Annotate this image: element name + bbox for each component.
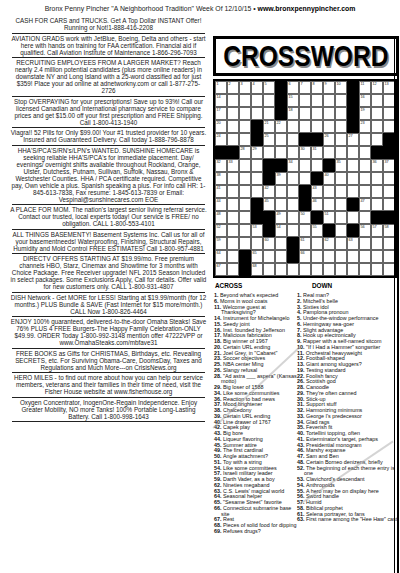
grid-cell: 32 [215, 159, 227, 172]
grid-cell [275, 237, 287, 250]
crossword-title: CROSSWORD [223, 39, 388, 73]
crossword-grid: 1234567891011121314151617181920212223242… [213, 79, 397, 278]
grid-cell: 35 [335, 159, 347, 172]
grid-cell: 12 [371, 81, 383, 94]
grid-cell: 41 [215, 185, 227, 198]
grid-cell [371, 198, 383, 211]
cell-number: 56 [361, 225, 365, 229]
grid-cell [287, 198, 299, 211]
grid-cell: 65 [251, 250, 263, 263]
cell-number: 5 [265, 82, 267, 86]
grid-cell [371, 94, 383, 107]
grid-cell [335, 211, 347, 224]
grid-cell: 33 [227, 159, 239, 172]
black-square [347, 120, 359, 133]
grid-cell [251, 159, 263, 172]
grid-cell: 7 [299, 81, 311, 94]
grid-cell: 24 [215, 133, 227, 146]
grid-cell [359, 211, 371, 224]
grid-cell [299, 159, 311, 172]
grid-cell [239, 198, 251, 211]
cell-number: 18 [289, 108, 293, 112]
grid-cell: 54 [275, 224, 287, 237]
grid-cell [335, 237, 347, 250]
cell-number: 55 [313, 225, 317, 229]
grid-cell: 11 [359, 81, 371, 94]
cell-number: 31 [313, 147, 317, 151]
grid-cell [263, 94, 275, 107]
grid-cell: 38 [215, 172, 227, 185]
grid-cell [311, 237, 323, 250]
cell-number: 26 [325, 134, 329, 138]
page-right-rule [394, 36, 399, 573]
black-square [287, 250, 299, 263]
grid-cell [371, 185, 383, 198]
grid-cell [251, 94, 263, 107]
grid-cell [335, 263, 347, 276]
grid-cell [347, 146, 359, 159]
grid-cell: 6 [287, 81, 299, 94]
classified-ad: ENJOY 100% guaranteed, delivered-to-the-… [7, 317, 210, 348]
grid-cell [335, 250, 347, 263]
classified-ad: CASH FOR CARS and TRUCKS. Get A Top Doll… [7, 16, 210, 33]
cell-number: 6 [289, 82, 291, 86]
black-square [227, 146, 239, 159]
cell-number: 64 [217, 251, 221, 255]
grid-cell: 59 [215, 237, 227, 250]
grid-cell: 3 [239, 81, 251, 94]
cell-number: 61 [301, 238, 305, 242]
masthead-title: Bronx Penny Pincher "A Neighborhood Trad… [45, 5, 258, 12]
down-clue: 63. First name among the "Hee Haw" cast [297, 517, 400, 523]
grid-cell [299, 120, 311, 133]
grid-cell [323, 146, 335, 159]
grid-cell: 17 [215, 107, 227, 120]
cell-number: 36 [373, 160, 377, 164]
black-square [347, 224, 359, 237]
cell-number: 57 [373, 225, 377, 229]
cell-number: 3 [241, 82, 243, 86]
grid-cell [371, 133, 383, 146]
cell-number: 27 [349, 134, 353, 138]
grid-cell [239, 94, 251, 107]
grid-cell [359, 146, 371, 159]
crossword-panel: CROSSWORD 123456789101112131415161718192… [213, 36, 399, 278]
grid-cell [347, 185, 359, 198]
grid-cell: 22 [275, 120, 287, 133]
cell-number: 4 [253, 82, 255, 86]
grid-cell [239, 107, 251, 120]
grid-cell [323, 250, 335, 263]
cell-number: 50 [301, 212, 305, 216]
grid-cell: 63 [347, 237, 359, 250]
cell-number: 25 [265, 134, 269, 138]
cell-number: 33 [229, 160, 233, 164]
black-square [263, 172, 275, 185]
grid-cell [263, 146, 275, 159]
grid-cell: 36 [371, 159, 383, 172]
grid-cell [347, 211, 359, 224]
grid-cell: 67 [215, 263, 227, 276]
grid-cell: 16 [359, 94, 371, 107]
grid-cell: 46 [311, 198, 323, 211]
classified-ad: Stop OVERPAYING for your prescriptions! … [7, 97, 210, 128]
cell-number: 21 [265, 121, 269, 125]
grid-cell: 29 [251, 146, 263, 159]
classified-ad: A PLACE FOR MOM. The nation's largest se… [7, 205, 210, 229]
grid-cell [227, 211, 239, 224]
grid-cell: 10 [335, 81, 347, 94]
grid-cell [239, 120, 251, 133]
black-square [239, 263, 251, 276]
grid-cell [359, 185, 371, 198]
grid-cell: 56 [359, 224, 371, 237]
grid-cell [239, 211, 251, 224]
cell-number: 58 [385, 225, 389, 229]
grid-cell: 8 [311, 81, 323, 94]
grid-cell [323, 120, 335, 133]
black-square [239, 250, 251, 263]
grid-cell [335, 185, 347, 198]
cell-number: 12 [373, 82, 377, 86]
grid-cell [299, 224, 311, 237]
grid-cell [263, 250, 275, 263]
grid-cell [239, 172, 251, 185]
newspaper-page: Bronx Penny Pincher "A Neighborhood Trad… [0, 0, 400, 573]
classified-ad: RECRUITING EMPLOYEES FROM A LARGER MARKE… [7, 58, 210, 96]
black-square [311, 211, 323, 224]
grid-cell [359, 159, 371, 172]
grid-cell: 21 [263, 120, 275, 133]
grid-cell: 5 [263, 81, 275, 94]
grid-cell [239, 133, 251, 146]
grid-cell [299, 263, 311, 276]
grid-cell [287, 263, 299, 276]
grid-cell: 23 [359, 120, 371, 133]
cell-number: 38 [217, 173, 221, 177]
grid-cell: 2 [227, 81, 239, 94]
black-square [251, 133, 263, 146]
classified-ad: Oxygen Concentrator, InogenOne-Regain In… [7, 398, 210, 422]
black-square [275, 94, 287, 107]
grid-cell [371, 250, 383, 263]
cell-number: 11 [361, 82, 365, 86]
black-square [275, 159, 287, 172]
cell-number: 53 [253, 225, 257, 229]
cell-number: 35 [337, 160, 341, 164]
grid-cell [275, 133, 287, 146]
grid-cell: 40 [323, 172, 335, 185]
grid-cell [323, 107, 335, 120]
grid-cell [311, 94, 323, 107]
cell-number: 30 [301, 147, 305, 151]
grid-cell [347, 263, 359, 276]
grid-cell [311, 250, 323, 263]
black-square [299, 198, 311, 211]
grid-cell [227, 237, 239, 250]
grid-cell [287, 224, 299, 237]
grid-cell [323, 198, 335, 211]
black-square [347, 94, 359, 107]
grid-cell: 39 [275, 172, 287, 185]
grid-cell [359, 263, 371, 276]
grid-cell [227, 198, 239, 211]
classified-ad: DIRECTV OFFERS STARTING AT $19.99/mo. Fr… [7, 254, 210, 292]
grid-cell: 4 [251, 81, 263, 94]
black-square [347, 81, 359, 94]
classified-ad: DISH Network - Get MORE for LESS! Starti… [7, 293, 210, 317]
grid-cell [239, 237, 251, 250]
black-square [251, 120, 263, 133]
grid-cell: 42 [263, 185, 275, 198]
cell-number: 8 [313, 82, 315, 86]
grid-cell [359, 250, 371, 263]
grid-cell: 61 [299, 237, 311, 250]
cell-number: 40 [325, 173, 329, 177]
cell-number: 41 [217, 186, 221, 190]
grid-cell: 31 [311, 146, 323, 159]
black-square [371, 211, 383, 224]
grid-cell [347, 159, 359, 172]
cell-number: 39 [277, 173, 281, 177]
grid-cell [371, 263, 383, 276]
cell-number: 17 [217, 108, 221, 112]
grid-cell [227, 172, 239, 185]
grid-cell [287, 172, 299, 185]
grid-cell [227, 107, 239, 120]
down-header: DOWN [312, 282, 332, 289]
cell-number: 24 [217, 134, 221, 138]
cell-number: 29 [253, 147, 257, 151]
grid-cell [359, 133, 371, 146]
masthead: Bronx Penny Pincher "A Neighborhood Trad… [0, 5, 400, 12]
grid-cell: 53 [251, 224, 263, 237]
cell-number: 48 [217, 212, 221, 216]
grid-cell [287, 185, 299, 198]
cell-number: 65 [253, 251, 257, 255]
grid-cell [287, 120, 299, 133]
grid-cell: 26 [323, 133, 335, 146]
cell-number: 22 [277, 121, 281, 125]
crossword-title-box: CROSSWORD [213, 36, 399, 76]
grid-cell: 57 [371, 224, 383, 237]
cell-number: 14 [217, 95, 221, 99]
grid-cell [347, 172, 359, 185]
cell-number: 2 [229, 82, 231, 86]
grid-cell: 25 [263, 133, 275, 146]
black-square [215, 146, 227, 159]
grid-cell: 30 [299, 146, 311, 159]
black-square [323, 224, 335, 237]
grid-cell: 50 [299, 211, 311, 224]
cell-number: 52 [217, 225, 221, 229]
grid-cell [323, 94, 335, 107]
cell-number: 63 [349, 238, 353, 242]
cell-number: 20 [217, 121, 221, 125]
grid-cell [335, 133, 347, 146]
black-square [263, 159, 275, 172]
black-square [371, 146, 383, 159]
black-square [311, 172, 323, 185]
cell-number: 15 [289, 95, 293, 99]
cell-number: 49 [277, 212, 281, 216]
grid-cell [359, 237, 371, 250]
grid-cell [299, 172, 311, 185]
grid-cell [299, 107, 311, 120]
cell-number: 19 [361, 108, 365, 112]
grid-cell: 14 [215, 94, 227, 107]
grid-cell [275, 146, 287, 159]
grid-cell [371, 237, 383, 250]
cell-number: 66 [301, 251, 305, 255]
grid-cell: 47 [359, 198, 371, 211]
grid-cell [287, 146, 299, 159]
black-square [311, 133, 323, 146]
classified-ad: AVIATION GRADS work with JetBlue, Boeing… [7, 34, 210, 58]
cell-number: 9 [325, 82, 327, 86]
grid-cell [263, 263, 275, 276]
grid-cell: 66 [299, 250, 311, 263]
grid-cell [227, 94, 239, 107]
cell-number: 47 [361, 199, 365, 203]
grid-cell [299, 94, 311, 107]
black-square [299, 185, 311, 198]
grid-cell [239, 224, 251, 237]
black-square [299, 133, 311, 146]
grid-cell [227, 133, 239, 146]
cell-number: 68 [253, 264, 257, 268]
grid-cell [335, 120, 347, 133]
grid-cell [335, 224, 347, 237]
grid-cell [323, 185, 335, 198]
cell-number: 28 [241, 147, 245, 151]
grid-cell [275, 198, 287, 211]
classified-ads-column: CASH FOR CARS and TRUCKS. Get A Top Doll… [7, 16, 210, 422]
cell-number: 13 [385, 82, 389, 86]
across-header: ACROSS [215, 282, 242, 289]
grid-cell: 15 [287, 94, 299, 107]
grid-cell: 60 [263, 237, 275, 250]
grid-cell [347, 250, 359, 263]
black-square [251, 211, 263, 224]
grid-cell [251, 185, 263, 198]
grid-cell [335, 172, 347, 185]
black-square [287, 237, 299, 250]
cell-number: 34 [289, 160, 293, 164]
grid-cell [251, 237, 263, 250]
cell-number: 42 [265, 186, 269, 190]
cell-number: 59 [217, 238, 221, 242]
cell-number: 43 [313, 186, 317, 190]
grid-cell [287, 211, 299, 224]
cell-number: 44 [217, 199, 221, 203]
cell-number: 7 [301, 82, 303, 86]
grid-cell [359, 172, 371, 185]
grid-cell: 1 [215, 81, 227, 94]
grid-cell: 48 [215, 211, 227, 224]
grid-cell [335, 94, 347, 107]
cell-number: 16 [361, 95, 365, 99]
down-clue-list: 1. Real man?2. Mitchell's belle3. Sixtie… [297, 293, 400, 523]
grid-cell: 34 [287, 159, 299, 172]
grid-cell [275, 250, 287, 263]
grid-cell [227, 250, 239, 263]
grid-cell [239, 185, 251, 198]
grid-cell [227, 263, 239, 276]
grid-cell: 49 [275, 211, 287, 224]
grid-cell: 9 [323, 81, 335, 94]
black-square [275, 107, 287, 120]
grid-cell: 55 [311, 224, 323, 237]
cell-number: 62 [325, 238, 329, 242]
grid-cell: 44 [215, 198, 227, 211]
grid-cell: 18 [287, 107, 299, 120]
grid-cell [371, 172, 383, 185]
black-square [263, 211, 275, 224]
cell-number: 32 [217, 160, 221, 164]
classified-ad: Viagra!! 52 Pills for Only $99.00! Your … [7, 128, 210, 145]
cell-number: 54 [277, 225, 281, 229]
black-square [275, 81, 287, 94]
classified-ad: HHA'S/PCA'S/RN's/LPN's WANTED. SUNSHINE … [7, 146, 210, 205]
classified-ad: HERO MILES - to find out more about how … [7, 373, 210, 397]
grid-cell [335, 198, 347, 211]
grid-cell: 28 [239, 146, 251, 159]
cell-number: 23 [361, 121, 365, 125]
grid-cell [275, 263, 287, 276]
grid-cell [263, 107, 275, 120]
grid-cell [335, 107, 347, 120]
black-square [263, 224, 275, 237]
grid-cell: 19 [359, 107, 371, 120]
grid-cell [227, 185, 239, 198]
grid-cell [227, 120, 239, 133]
grid-cell [227, 224, 239, 237]
black-square [251, 198, 263, 211]
grid-cell [311, 263, 323, 276]
grid-cell [371, 120, 383, 133]
grid-cell [311, 107, 323, 120]
across-clue: 69. Refuses drugs? [214, 529, 301, 535]
cell-number: 51 [325, 212, 329, 216]
cell-number: 67 [217, 264, 221, 268]
cell-number: 46 [313, 199, 317, 203]
grid-cell: 27 [347, 133, 359, 146]
black-square [323, 159, 335, 172]
cell-number: 60 [265, 238, 269, 242]
grid-cell: 45 [263, 198, 275, 211]
grid-cell: 43 [311, 185, 323, 198]
grid-cell: 52 [215, 224, 227, 237]
black-square [347, 107, 359, 120]
grid-cell [287, 133, 299, 146]
grid-cell [311, 120, 323, 133]
masthead-url: www.bronxpennypincher.com [258, 5, 356, 12]
grid-cell: 64 [215, 250, 227, 263]
grid-cell: 51 [323, 211, 335, 224]
grid-cell: 62 [323, 237, 335, 250]
cell-number: 10 [337, 82, 341, 86]
classified-ad: FREE BOOKS as Gifts for CHRISTMAS, Birth… [7, 349, 210, 373]
grid-cell [311, 159, 323, 172]
grid-cell [275, 185, 287, 198]
grid-cell [239, 159, 251, 172]
black-square [347, 198, 359, 211]
cell-number: 1 [217, 82, 219, 86]
classified-ad: ALL THINGS BASEMENTY! Basement Systems I… [7, 230, 210, 254]
grid-cell [323, 263, 335, 276]
cell-number: 45 [265, 199, 269, 203]
